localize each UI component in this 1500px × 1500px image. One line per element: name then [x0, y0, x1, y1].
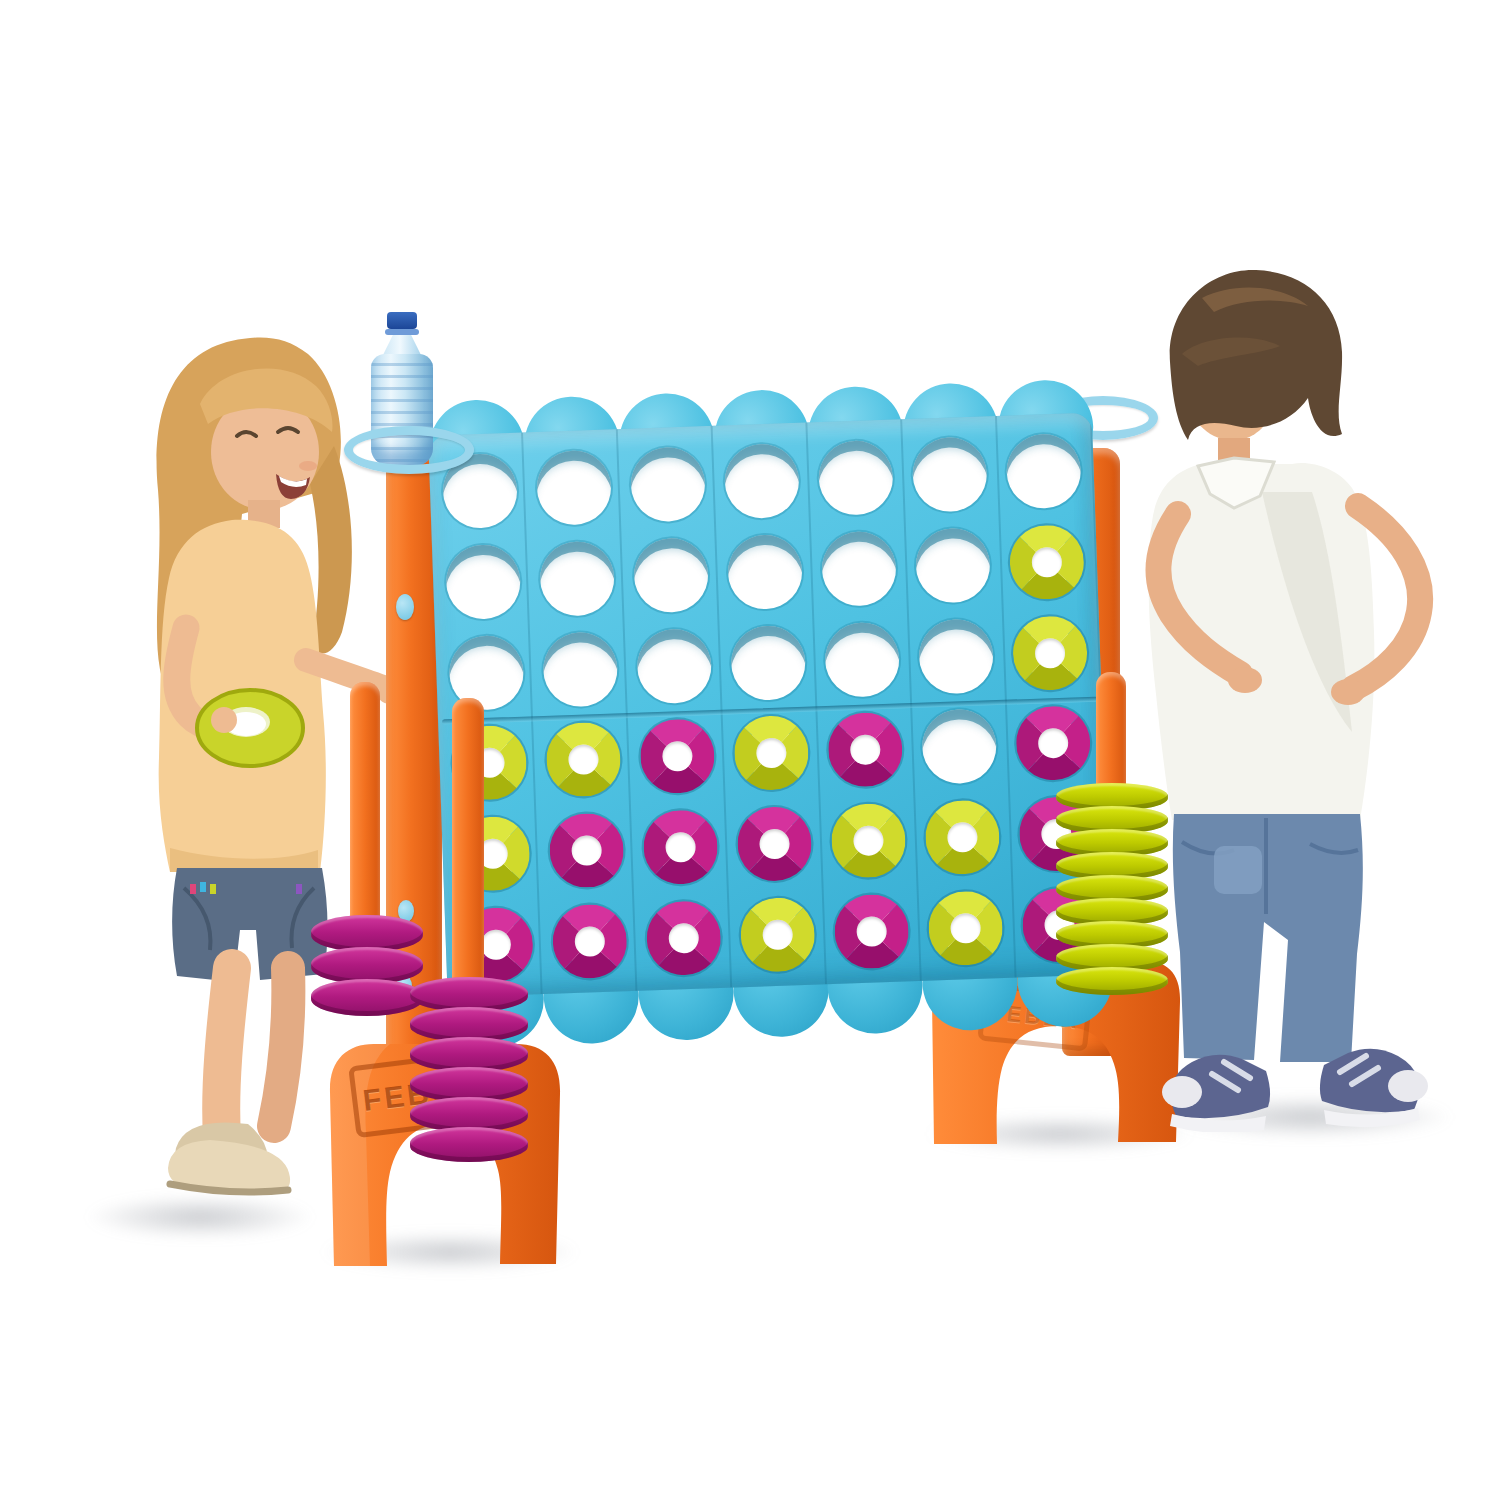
- disc-yellow: [924, 799, 1001, 876]
- disc-yellow: [733, 715, 810, 792]
- board-cell-r4c7: [1005, 697, 1102, 791]
- board-cell-r2c2: [529, 532, 626, 626]
- disc-magenta: [552, 903, 629, 980]
- stack-left-front: [311, 920, 423, 1016]
- board-cell-r3c2: [532, 622, 629, 716]
- board-cell-r1c6: [901, 428, 998, 522]
- disc-yellow: [739, 896, 816, 973]
- board-cell-r5c4: [726, 797, 823, 891]
- hole-empty: [445, 544, 522, 621]
- board-cell-r5c6: [914, 790, 1011, 884]
- disc-magenta: [1015, 705, 1092, 782]
- stack-left-main: [410, 982, 528, 1162]
- board-cell-r1c7: [995, 425, 1092, 519]
- boy-hand-left: [1228, 667, 1262, 693]
- board-cell-r6c2: [541, 894, 638, 988]
- stacked-disc-magenta: [311, 979, 423, 1016]
- hole-empty: [727, 534, 804, 611]
- board-cell-r3c4: [720, 616, 817, 710]
- board-cell-r4c5: [817, 703, 914, 797]
- hole-empty: [536, 450, 613, 527]
- disc-yellow: [927, 890, 1004, 967]
- board-cell-r2c6: [904, 519, 1001, 613]
- girl-leg-front: [221, 968, 232, 1136]
- board-cell-r1c3: [619, 438, 716, 532]
- board-cell-r5c5: [820, 794, 917, 888]
- board-cell-r6c5: [823, 884, 920, 978]
- board-cell-r2c7: [998, 515, 1095, 609]
- boy-hand-right: [1331, 679, 1365, 705]
- disc-magenta: [548, 812, 625, 889]
- hole-empty: [921, 708, 998, 785]
- boy-knee-patch: [1214, 846, 1262, 894]
- board-cell-r2c3: [623, 528, 720, 622]
- hole-empty: [824, 621, 901, 698]
- board-cell-r4c2: [535, 713, 632, 807]
- hole-empty: [818, 440, 895, 517]
- board-cell-r3c7: [1001, 606, 1098, 700]
- hole-empty: [918, 618, 995, 695]
- hole-empty: [539, 540, 616, 617]
- bottle-cap: [387, 312, 417, 329]
- holder-ring-left: [344, 426, 474, 474]
- girl-held-disc: [197, 690, 303, 766]
- girl-blush: [299, 461, 317, 471]
- board-cell-r5c3: [632, 800, 729, 894]
- board-cell-r3c6: [908, 609, 1005, 703]
- board-cell-r6c6: [917, 881, 1014, 975]
- hole-empty: [636, 628, 713, 705]
- board-cell-r2c4: [716, 525, 813, 619]
- disc-yellow: [830, 802, 907, 879]
- board-cell-r4c4: [723, 706, 820, 800]
- scene: FEBER FEBER: [0, 0, 1500, 1500]
- disc-magenta: [827, 712, 904, 789]
- board-scallops-top: [427, 379, 1091, 402]
- hole-empty: [821, 531, 898, 608]
- board-cell-r6c4: [729, 888, 826, 982]
- girl-thumb: [211, 707, 237, 733]
- board-cell-r6c3: [635, 891, 732, 985]
- girl-leg-back: [274, 968, 288, 1126]
- bottle-neck: [383, 335, 421, 355]
- stacked-disc-magenta: [410, 1127, 528, 1162]
- boy: [1142, 262, 1492, 1132]
- board-cell-r3c5: [814, 612, 911, 706]
- board-cell-r2c5: [810, 522, 907, 616]
- hole-empty: [542, 631, 619, 708]
- disc-yellow: [545, 722, 622, 799]
- disc-magenta: [639, 718, 716, 795]
- board-cell-r5c2: [538, 804, 635, 898]
- disc-magenta: [833, 893, 910, 970]
- disc-yellow: [1012, 615, 1089, 692]
- hole-empty: [630, 446, 707, 523]
- disc-magenta: [642, 809, 719, 886]
- hole-empty: [730, 624, 807, 701]
- hole-empty: [1005, 433, 1082, 510]
- bottle-cap-ring: [385, 329, 419, 335]
- board-cell-r1c4: [713, 435, 810, 529]
- disc-magenta: [645, 900, 722, 977]
- connect-four-board: [427, 379, 1113, 1050]
- board-cell-r2c1: [435, 535, 532, 629]
- disc-magenta: [736, 806, 813, 883]
- board-cell-r1c5: [807, 431, 904, 525]
- board-cell-r4c3: [629, 710, 726, 804]
- connector-knob-1: [396, 594, 414, 620]
- board-cell-r3c3: [626, 619, 723, 713]
- hole-empty: [633, 537, 710, 614]
- hole-empty: [911, 437, 988, 514]
- hole-empty: [915, 527, 992, 604]
- storage-pole-left-main: [452, 698, 484, 998]
- storage-pole-left-front: [350, 682, 380, 944]
- boy-sneaker-left: [1162, 1055, 1270, 1132]
- board-cell-r4c6: [911, 700, 1008, 794]
- boy-sneaker-right: [1320, 1049, 1428, 1128]
- board-cell-r1c2: [525, 441, 622, 535]
- disc-yellow: [1009, 524, 1086, 601]
- hole-empty: [724, 443, 801, 520]
